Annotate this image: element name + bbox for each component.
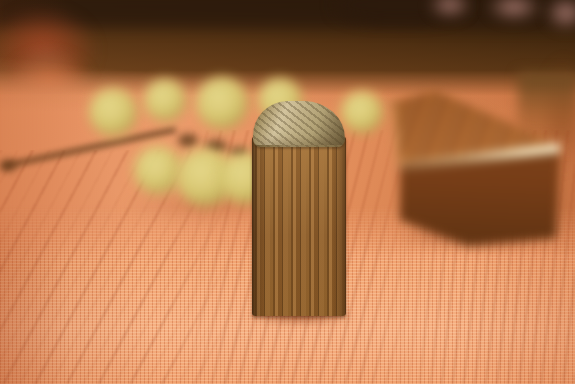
wooden-seal-case xyxy=(385,82,575,257)
stamp-body xyxy=(252,137,346,316)
bead-cord-knot xyxy=(178,134,198,147)
bead xyxy=(89,88,137,136)
bead-cord-tip xyxy=(0,160,16,171)
photo-canvas xyxy=(0,0,575,384)
bead xyxy=(134,146,182,194)
wooden-seal-stamp xyxy=(252,101,346,316)
bead xyxy=(144,79,186,121)
bead xyxy=(341,91,383,133)
bead xyxy=(196,77,248,129)
stamp-dome-top xyxy=(253,101,345,147)
